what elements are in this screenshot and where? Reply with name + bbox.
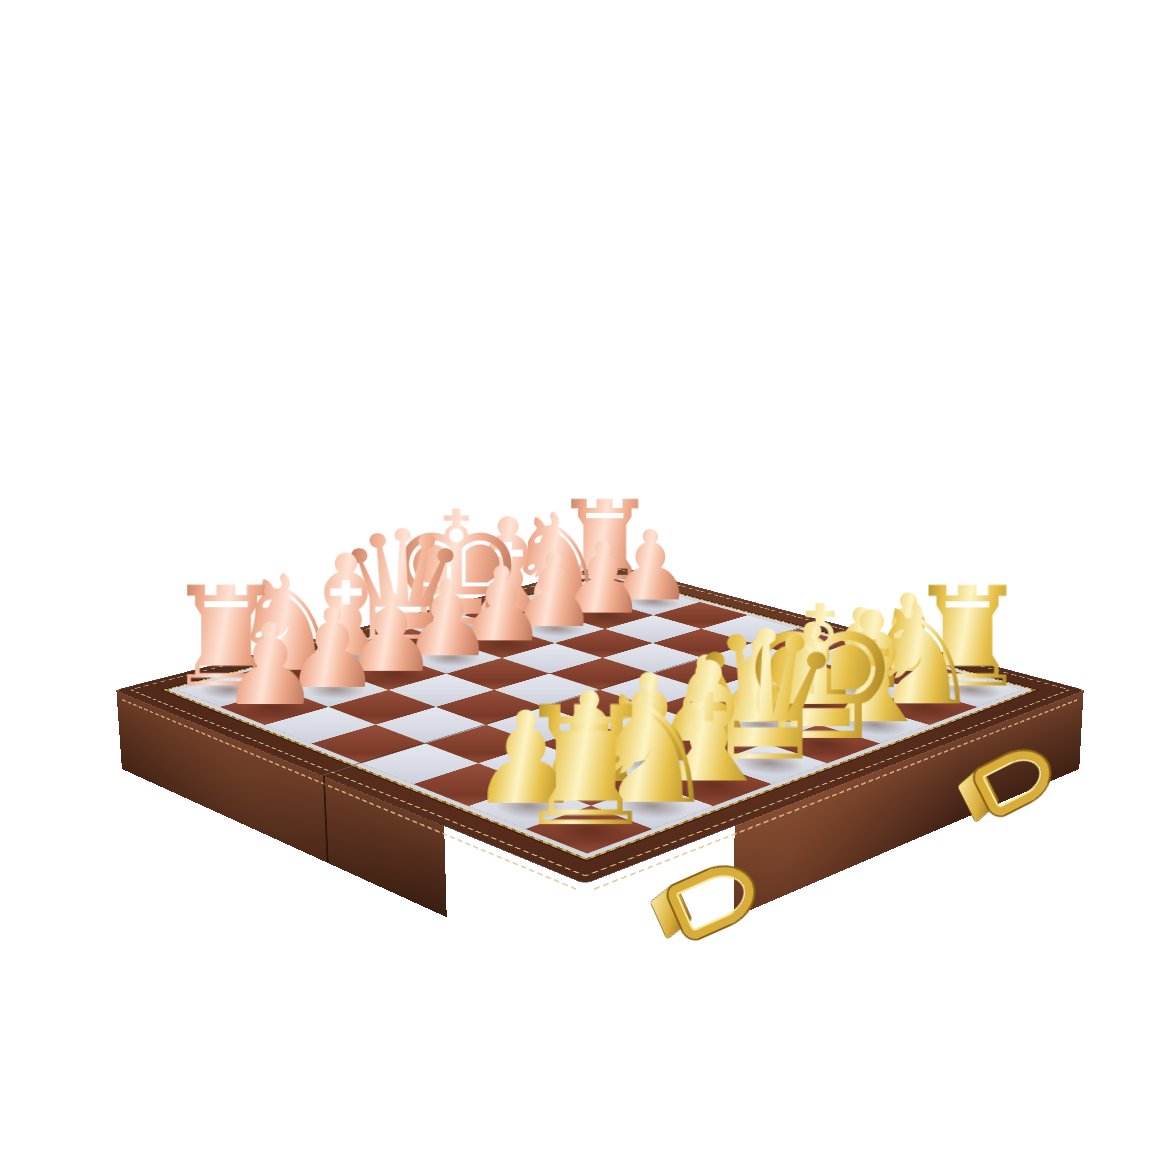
black-pawn: ♟ bbox=[220, 609, 321, 722]
product-photo-scene: ♜♟♟♜♞♟♟♞♝♟♟♝♚♟♟♚♛♟♟♛♝♟♟♝♞♟♟♞♜♟♟♜ bbox=[0, 0, 1152, 1152]
white-rook: ♜ bbox=[511, 685, 659, 850]
chess-board-box-top: ♜♟♟♜♞♟♟♞♝♟♟♝♚♟♟♚♛♟♟♛♝♟♟♝♞♟♟♞♜♟♟♜ bbox=[116, 564, 1083, 883]
perspective-container: ♜♟♟♜♞♟♟♞♝♟♟♝♚♟♟♚♛♟♟♛♝♟♟♝♞♟♟♞♜♟♟♜ bbox=[0, 0, 1152, 1152]
